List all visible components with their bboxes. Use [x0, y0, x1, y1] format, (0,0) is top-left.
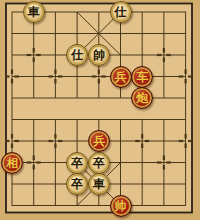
- piece-black-advisor[interactable]: 仕: [66, 44, 88, 66]
- piece-red-soldier[interactable]: 兵: [110, 66, 132, 88]
- piece-red-elephant[interactable]: 相: [1, 152, 23, 174]
- xiangqi-board[interactable]: 車仕仕帥兵车炮兵相卒卒卒車帅: [1, 1, 196, 216]
- piece-black-chariot[interactable]: 車: [23, 1, 45, 23]
- piece-black-general[interactable]: 帥: [88, 44, 110, 66]
- piece-red-cannon[interactable]: 炮: [131, 87, 153, 109]
- piece-black-chariot[interactable]: 車: [88, 173, 110, 195]
- piece-black-soldier[interactable]: 卒: [66, 173, 88, 195]
- piece-red-general[interactable]: 帅: [110, 195, 132, 217]
- piece-red-soldier[interactable]: 兵: [88, 130, 110, 152]
- piece-black-advisor[interactable]: 仕: [110, 1, 132, 23]
- piece-black-soldier[interactable]: 卒: [88, 152, 110, 174]
- piece-black-soldier[interactable]: 卒: [66, 152, 88, 174]
- xiangqi-app: 車仕仕帥兵车炮兵相卒卒卒車帅: [0, 0, 200, 220]
- piece-red-chariot[interactable]: 车: [131, 66, 153, 88]
